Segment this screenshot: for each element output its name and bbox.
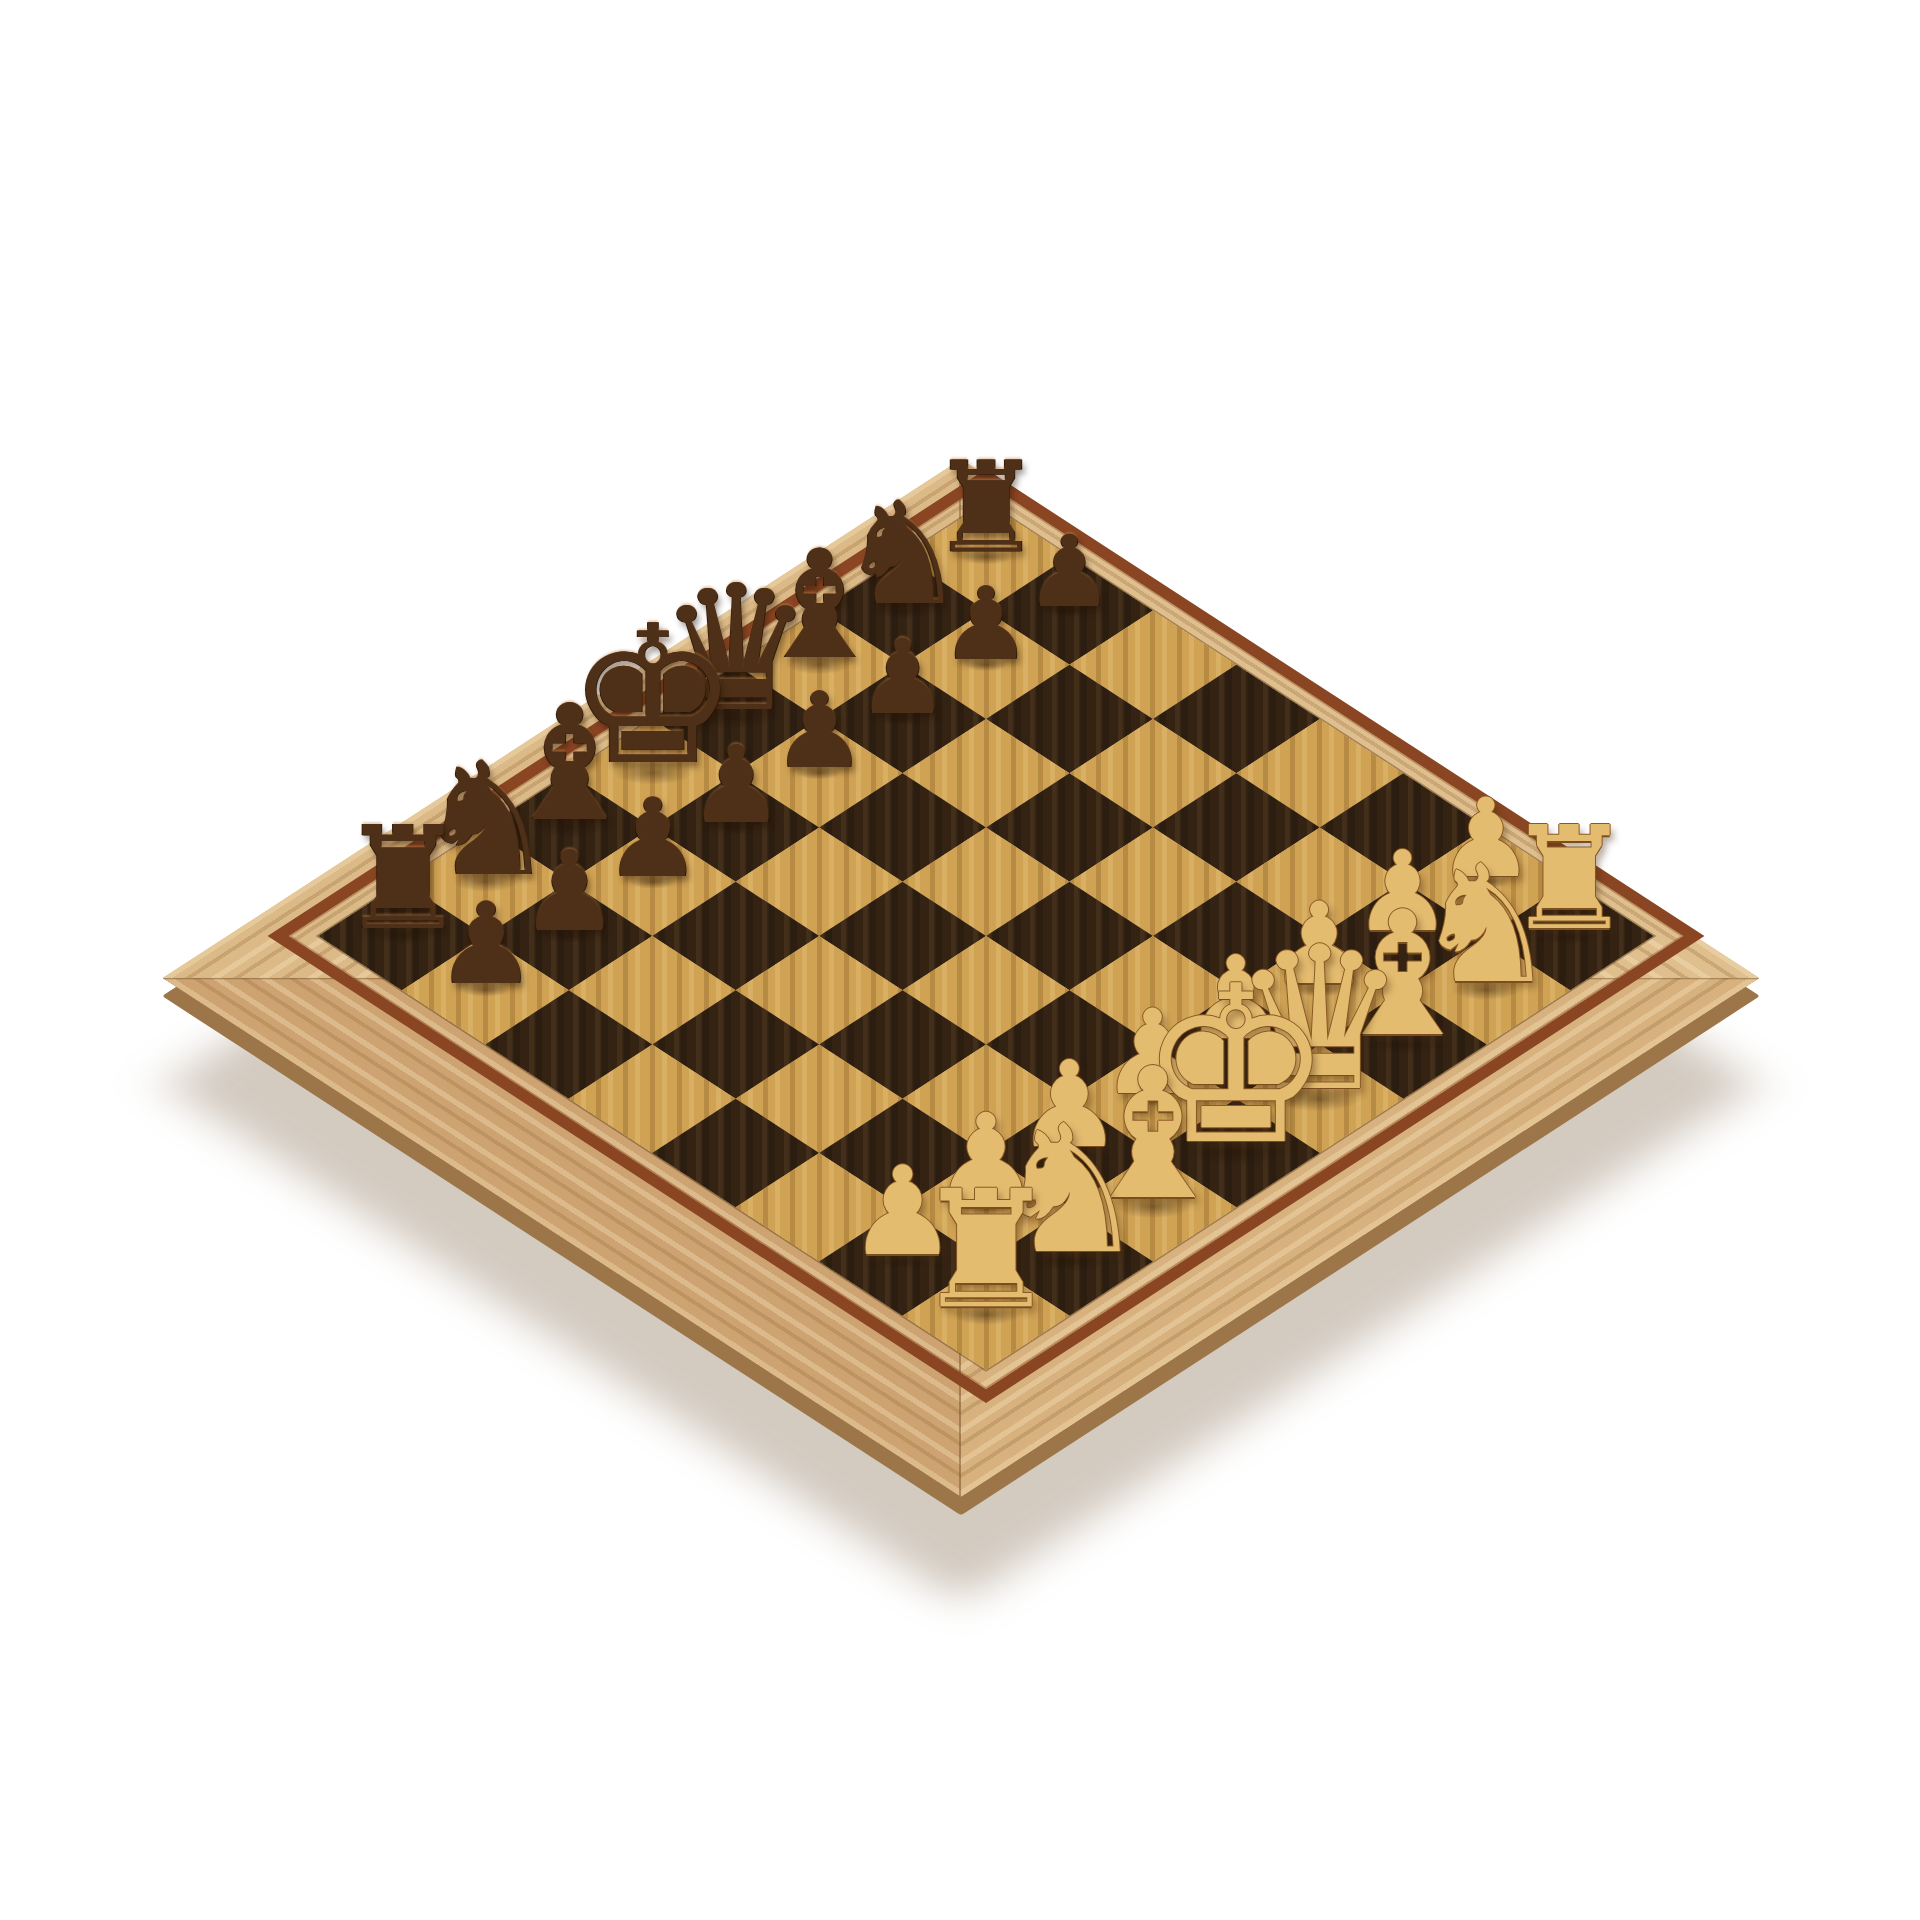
pieces-layer: ♜♞♝♛♚♝♞♜♟♟♟♟♟♟♟♟♟♟♟♟♟♟♟♟♜♞♝♛♚♝♞♜ — [0, 0, 1920, 1920]
piece-black-pawn-d7: ♟ — [772, 679, 866, 784]
piece-black-pawn-e7: ♟ — [688, 731, 784, 838]
piece-black-pawn-a7: ♟ — [1025, 522, 1114, 621]
piece-black-pawn-c7: ♟ — [857, 626, 949, 729]
piece-black-pawn-h7: ♟ — [436, 888, 537, 1001]
piece-white-rook-h1: ♜ — [913, 1170, 1058, 1332]
piece-black-pawn-b7: ♟ — [941, 574, 1032, 675]
chess-set-product-photo: ♜♞♝♛♚♝♞♜♟♟♟♟♟♟♟♟♟♟♟♟♟♟♟♟♜♞♝♛♚♝♞♜ — [0, 0, 1920, 1920]
